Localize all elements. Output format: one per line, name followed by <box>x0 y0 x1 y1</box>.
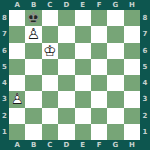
square-b8[interactable]: ♚♔ <box>25 10 41 26</box>
rank-label-right-6: 6 <box>140 43 150 59</box>
file-label-bottom-h: H <box>124 140 140 150</box>
square-a5[interactable] <box>9 59 25 75</box>
square-c7[interactable] <box>42 26 58 42</box>
square-e4[interactable] <box>75 75 91 91</box>
square-d4[interactable] <box>58 75 74 91</box>
file-label-top-g: G <box>107 0 123 10</box>
square-h2[interactable] <box>124 108 140 124</box>
square-f6[interactable] <box>91 43 107 59</box>
square-c2[interactable] <box>42 108 58 124</box>
white-king: ♚♔ <box>42 43 58 59</box>
square-a7[interactable] <box>9 26 25 42</box>
white-pawn: ♟♙ <box>9 91 25 107</box>
file-labels-bottom: ABCDEFGH <box>9 140 140 150</box>
file-label-top-c: C <box>42 0 58 10</box>
square-d8[interactable] <box>58 10 74 26</box>
square-d5[interactable] <box>58 59 74 75</box>
square-f4[interactable] <box>91 75 107 91</box>
square-b3[interactable] <box>25 91 41 107</box>
file-label-bottom-a: A <box>9 140 25 150</box>
square-e7[interactable] <box>75 26 91 42</box>
square-g8[interactable] <box>107 10 123 26</box>
rank-label-right-8: 8 <box>140 10 150 26</box>
square-b6[interactable] <box>25 43 41 59</box>
square-g3[interactable] <box>107 91 123 107</box>
rank-label-right-1: 1 <box>140 124 150 140</box>
rank-label-left-5: 5 <box>0 59 9 75</box>
square-g5[interactable] <box>107 59 123 75</box>
rank-label-right-2: 2 <box>140 108 150 124</box>
square-b1[interactable] <box>25 124 41 140</box>
file-label-top-d: D <box>58 0 74 10</box>
file-label-top-f: F <box>91 0 107 10</box>
square-e8[interactable] <box>75 10 91 26</box>
rank-label-right-4: 4 <box>140 75 150 91</box>
square-d2[interactable] <box>58 108 74 124</box>
square-e2[interactable] <box>75 108 91 124</box>
rank-label-left-7: 7 <box>0 26 9 42</box>
file-label-top-a: A <box>9 0 25 10</box>
square-a2[interactable] <box>9 108 25 124</box>
chess-board-diagram: ABCDEFGH ♚♔♟♙♚♔♟♙ ABCDEFGH 87654321 8765… <box>0 0 150 150</box>
square-b5[interactable] <box>25 59 41 75</box>
square-h6[interactable] <box>124 43 140 59</box>
square-h8[interactable] <box>124 10 140 26</box>
rank-label-left-6: 6 <box>0 43 9 59</box>
square-d3[interactable] <box>58 91 74 107</box>
square-d7[interactable] <box>58 26 74 42</box>
rank-label-right-3: 3 <box>140 91 150 107</box>
rank-label-left-3: 3 <box>0 91 9 107</box>
square-c6[interactable]: ♚♔ <box>42 43 58 59</box>
file-label-bottom-f: F <box>91 140 107 150</box>
square-e6[interactable] <box>75 43 91 59</box>
rank-labels-left: 87654321 <box>0 10 9 140</box>
square-f2[interactable] <box>91 108 107 124</box>
square-h1[interactable] <box>124 124 140 140</box>
rank-label-left-4: 4 <box>0 75 9 91</box>
square-f7[interactable] <box>91 26 107 42</box>
square-a3[interactable]: ♟♙ <box>9 91 25 107</box>
rank-label-left-8: 8 <box>0 10 9 26</box>
square-g6[interactable] <box>107 43 123 59</box>
square-e1[interactable] <box>75 124 91 140</box>
file-label-bottom-c: C <box>42 140 58 150</box>
square-e5[interactable] <box>75 59 91 75</box>
square-c4[interactable] <box>42 75 58 91</box>
square-b7[interactable]: ♟♙ <box>25 26 41 42</box>
square-g4[interactable] <box>107 75 123 91</box>
square-c3[interactable] <box>42 91 58 107</box>
square-d1[interactable] <box>58 124 74 140</box>
rank-label-left-1: 1 <box>0 124 9 140</box>
chess-board[interactable]: ♚♔♟♙♚♔♟♙ <box>9 10 140 140</box>
square-h5[interactable] <box>124 59 140 75</box>
square-c1[interactable] <box>42 124 58 140</box>
square-f8[interactable] <box>91 10 107 26</box>
file-label-bottom-e: E <box>75 140 91 150</box>
file-label-bottom-d: D <box>58 140 74 150</box>
square-g7[interactable] <box>107 26 123 42</box>
white-pawn: ♟♙ <box>25 26 41 42</box>
square-g1[interactable] <box>107 124 123 140</box>
square-f3[interactable] <box>91 91 107 107</box>
rank-labels-right: 87654321 <box>140 10 150 140</box>
file-label-top-h: H <box>124 0 140 10</box>
square-g2[interactable] <box>107 108 123 124</box>
square-d6[interactable] <box>58 43 74 59</box>
square-a4[interactable] <box>9 75 25 91</box>
file-label-bottom-b: B <box>25 140 41 150</box>
square-e3[interactable] <box>75 91 91 107</box>
rank-label-right-5: 5 <box>140 59 150 75</box>
black-king: ♚♔ <box>25 10 41 26</box>
file-label-bottom-g: G <box>107 140 123 150</box>
square-a1[interactable] <box>9 124 25 140</box>
square-c8[interactable] <box>42 10 58 26</box>
square-b4[interactable] <box>25 75 41 91</box>
square-h4[interactable] <box>124 75 140 91</box>
rank-label-left-2: 2 <box>0 108 9 124</box>
square-b2[interactable] <box>25 108 41 124</box>
square-h7[interactable] <box>124 26 140 42</box>
rank-label-right-7: 7 <box>140 26 150 42</box>
file-label-top-e: E <box>75 0 91 10</box>
square-f1[interactable] <box>91 124 107 140</box>
square-h3[interactable] <box>124 91 140 107</box>
square-a6[interactable] <box>9 43 25 59</box>
square-a8[interactable] <box>9 10 25 26</box>
square-c5[interactable] <box>42 59 58 75</box>
square-f5[interactable] <box>91 59 107 75</box>
